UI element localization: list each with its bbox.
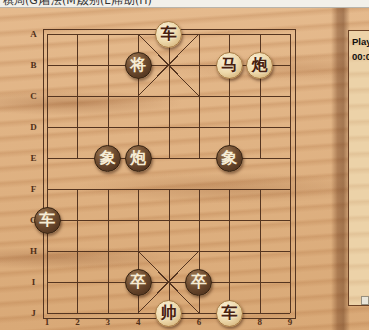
piece-red-chariot-J7[interactable]: 车: [216, 300, 243, 327]
piece-red-cannon-B8[interactable]: 炮: [246, 52, 273, 79]
piece-black-cannon-E4[interactable]: 炮: [125, 145, 152, 172]
piece-black-soldier-I4[interactable]: 卒: [125, 269, 152, 296]
piece-red-general-J5[interactable]: 帅: [155, 300, 182, 327]
piece-red-horse-B7[interactable]: 马: [216, 52, 243, 79]
piece-black-elephant-E7[interactable]: 象: [216, 145, 243, 172]
piece-black-elephant-E3[interactable]: 象: [94, 145, 121, 172]
game-timer: 00:00: [352, 51, 369, 62]
piece-black-soldier-I6[interactable]: 卒: [185, 269, 212, 296]
piece-black-general-B4[interactable]: 将: [125, 52, 152, 79]
side-panel: Player 00:00: [348, 30, 369, 306]
menu-item-3[interactable]: 帮助(H): [113, 0, 152, 8]
menu-bar: 棋局(G)着法(M)级别(L)帮助(H): [0, 0, 369, 8]
panel-button[interactable]: [361, 296, 369, 305]
player-label: Player: [352, 36, 369, 47]
menu-item-0[interactable]: 棋局(G): [3, 0, 42, 8]
xiangqi-app-window: 棋局(G)着法(M)级别(L)帮助(H) ABCDEFGHIJ123456789…: [0, 0, 369, 330]
menu-item-1[interactable]: 着法(M): [40, 0, 80, 8]
menu-item-2[interactable]: 级别(L): [78, 0, 115, 8]
piece-red-chariot-A5[interactable]: 车: [155, 21, 182, 48]
piece-black-chariot-G1[interactable]: 车: [34, 207, 61, 234]
